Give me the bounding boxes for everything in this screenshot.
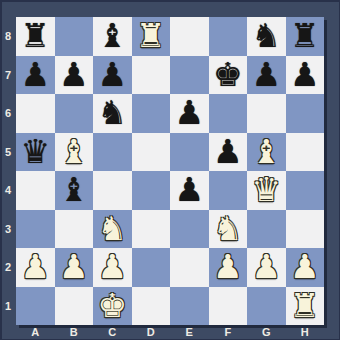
square-h8[interactable]: ♜ (286, 17, 325, 56)
square-f1[interactable] (209, 287, 248, 326)
rank-label-column: 87654321 (0, 17, 16, 325)
rank-label-8: 8 (0, 17, 16, 56)
square-e5[interactable] (170, 133, 209, 172)
square-h7[interactable]: ♟ (286, 56, 325, 95)
black-pawn[interactable]: ♟ (251, 56, 281, 94)
square-a5[interactable]: ♛ (16, 133, 55, 172)
square-f8[interactable] (209, 17, 248, 56)
file-label-f: F (209, 324, 248, 340)
rank-label-1: 1 (0, 287, 16, 326)
square-f2[interactable]: ♟ (209, 248, 248, 287)
file-label-h: H (286, 324, 325, 340)
square-c7[interactable]: ♟ (93, 56, 132, 95)
square-h1[interactable]: ♜ (286, 287, 325, 326)
square-h3[interactable] (286, 210, 325, 249)
square-e4[interactable]: ♟ (170, 171, 209, 210)
white-bishop[interactable]: ♝ (59, 133, 89, 171)
square-d6[interactable] (132, 94, 171, 133)
square-c8[interactable]: ♝ (93, 17, 132, 56)
white-pawn[interactable]: ♟ (213, 248, 243, 286)
square-b3[interactable] (55, 210, 94, 249)
square-c4[interactable] (93, 171, 132, 210)
square-b1[interactable] (55, 287, 94, 326)
square-a3[interactable] (16, 210, 55, 249)
square-b7[interactable]: ♟ (55, 56, 94, 95)
black-pawn[interactable]: ♟ (174, 94, 204, 132)
rank-label-6: 6 (0, 94, 16, 133)
black-queen[interactable]: ♛ (20, 133, 50, 171)
square-g1[interactable] (247, 287, 286, 326)
square-a6[interactable] (16, 94, 55, 133)
square-e3[interactable] (170, 210, 209, 249)
square-b4[interactable]: ♝ (55, 171, 94, 210)
white-bishop[interactable]: ♝ (251, 133, 281, 171)
square-h2[interactable]: ♟ (286, 248, 325, 287)
square-e1[interactable] (170, 287, 209, 326)
square-b5[interactable]: ♝ (55, 133, 94, 172)
square-a7[interactable]: ♟ (16, 56, 55, 95)
square-d4[interactable] (132, 171, 171, 210)
chess-app-window: 87654321 ♜♝♜♞♜♟♟♟♚♟♟♞♟♛♝♟♝♝♟♛♞♞♟♟♟♟♟♟♚♜ … (0, 0, 340, 340)
file-label-c: C (93, 324, 132, 340)
black-pawn[interactable]: ♟ (97, 56, 127, 94)
black-pawn[interactable]: ♟ (174, 171, 204, 209)
file-label-g: G (247, 324, 286, 340)
black-pawn[interactable]: ♟ (20, 56, 50, 94)
square-f4[interactable] (209, 171, 248, 210)
black-knight[interactable]: ♞ (97, 94, 127, 132)
square-d7[interactable] (132, 56, 171, 95)
square-b8[interactable] (55, 17, 94, 56)
square-c5[interactable] (93, 133, 132, 172)
white-pawn[interactable]: ♟ (59, 248, 89, 286)
black-pawn[interactable]: ♟ (290, 56, 320, 94)
file-label-d: D (132, 324, 171, 340)
black-knight[interactable]: ♞ (251, 17, 281, 55)
square-g2[interactable]: ♟ (247, 248, 286, 287)
white-pawn[interactable]: ♟ (251, 248, 281, 286)
square-a4[interactable] (16, 171, 55, 210)
square-h6[interactable] (286, 94, 325, 133)
file-label-e: E (170, 324, 209, 340)
white-knight[interactable]: ♞ (213, 210, 243, 248)
rank-label-4: 4 (0, 171, 16, 210)
white-knight[interactable]: ♞ (97, 210, 127, 248)
black-pawn[interactable]: ♟ (213, 133, 243, 171)
square-h5[interactable] (286, 133, 325, 172)
square-g5[interactable]: ♝ (247, 133, 286, 172)
black-bishop[interactable]: ♝ (97, 17, 127, 55)
square-b6[interactable] (55, 94, 94, 133)
square-c1[interactable]: ♚ (93, 287, 132, 326)
square-e7[interactable] (170, 56, 209, 95)
square-h4[interactable] (286, 171, 325, 210)
square-c6[interactable]: ♞ (93, 94, 132, 133)
rank-label-7: 7 (0, 56, 16, 95)
square-e8[interactable] (170, 17, 209, 56)
white-pawn[interactable]: ♟ (20, 248, 50, 286)
square-f6[interactable] (209, 94, 248, 133)
square-f3[interactable]: ♞ (209, 210, 248, 249)
file-label-a: A (16, 324, 55, 340)
square-g4[interactable]: ♛ (247, 171, 286, 210)
square-f5[interactable]: ♟ (209, 133, 248, 172)
white-rook[interactable]: ♜ (290, 287, 320, 325)
white-king[interactable]: ♚ (97, 287, 127, 325)
chess-board[interactable]: ♜♝♜♞♜♟♟♟♚♟♟♞♟♛♝♟♝♝♟♛♞♞♟♟♟♟♟♟♚♜ (16, 17, 324, 325)
square-g3[interactable] (247, 210, 286, 249)
file-label-b: B (55, 324, 94, 340)
white-pawn[interactable]: ♟ (290, 248, 320, 286)
rank-label-2: 2 (0, 248, 16, 287)
square-g6[interactable] (247, 94, 286, 133)
black-rook[interactable]: ♜ (20, 17, 50, 55)
black-rook[interactable]: ♜ (290, 17, 320, 55)
square-a1[interactable] (16, 287, 55, 326)
square-d8[interactable]: ♜ (132, 17, 171, 56)
square-a2[interactable]: ♟ (16, 248, 55, 287)
rank-label-3: 3 (0, 210, 16, 249)
square-g8[interactable]: ♞ (247, 17, 286, 56)
white-rook[interactable]: ♜ (136, 17, 166, 55)
rank-label-5: 5 (0, 133, 16, 172)
black-king[interactable]: ♚ (213, 56, 243, 94)
square-e6[interactable]: ♟ (170, 94, 209, 133)
square-f7[interactable]: ♚ (209, 56, 248, 95)
square-e2[interactable] (170, 248, 209, 287)
square-d5[interactable] (132, 133, 171, 172)
square-c3[interactable]: ♞ (93, 210, 132, 249)
white-pawn[interactable]: ♟ (97, 248, 127, 286)
square-c2[interactable]: ♟ (93, 248, 132, 287)
black-pawn[interactable]: ♟ (59, 56, 89, 94)
square-d3[interactable] (132, 210, 171, 249)
white-queen[interactable]: ♛ (251, 171, 281, 209)
square-b2[interactable]: ♟ (55, 248, 94, 287)
square-g7[interactable]: ♟ (247, 56, 286, 95)
file-label-row: ABCDEFGH (16, 324, 324, 340)
square-d1[interactable] (132, 287, 171, 326)
square-a8[interactable]: ♜ (16, 17, 55, 56)
square-d2[interactable] (132, 248, 171, 287)
black-bishop[interactable]: ♝ (59, 171, 89, 209)
